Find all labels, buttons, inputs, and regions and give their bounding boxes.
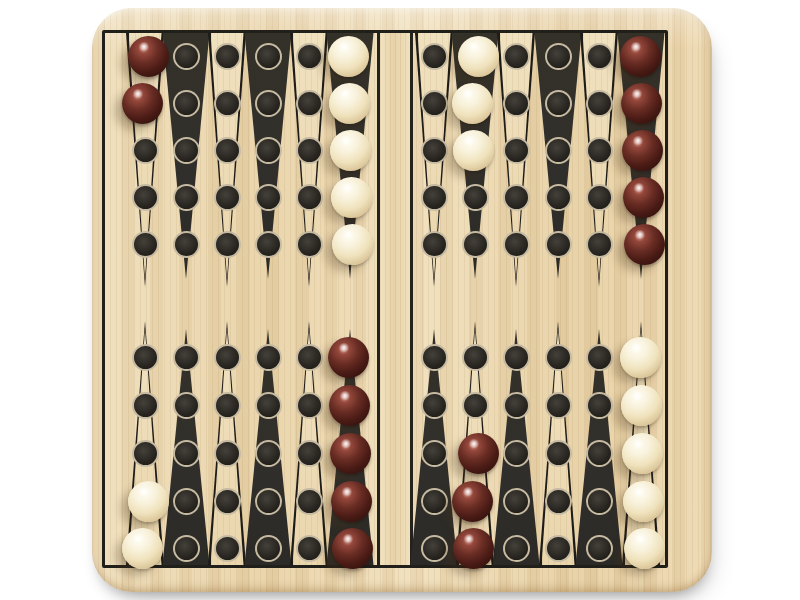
hole-top-col1-row5 xyxy=(132,231,159,258)
hole-bottom-col9-row4 xyxy=(503,488,530,515)
hole-top-col11-row5 xyxy=(586,231,613,258)
marble-dark-top-col12-1[interactable] xyxy=(620,36,661,77)
hole-bottom-col7-row5 xyxy=(421,535,448,562)
hole-bottom-col3-row2 xyxy=(214,392,241,419)
hole-bottom-col9-row5 xyxy=(503,535,530,562)
hole-top-col2-row2 xyxy=(173,90,200,117)
hole-bottom-col1-row1 xyxy=(132,344,159,371)
hole-bottom-col4-row3 xyxy=(255,440,282,467)
hole-bottom-col11-row5 xyxy=(586,535,613,562)
hole-top-col11-row1 xyxy=(586,43,613,70)
hole-top-col9-row5 xyxy=(503,231,530,258)
hole-bottom-col7-row4 xyxy=(421,488,448,515)
hole-top-col10-row2 xyxy=(545,90,572,117)
hole-top-col3-row2 xyxy=(214,90,241,117)
hole-bottom-col4-row5 xyxy=(255,535,282,562)
hole-top-col9-row3 xyxy=(503,137,530,164)
hole-bottom-col7-row3 xyxy=(421,440,448,467)
hole-top-col2-row1 xyxy=(173,43,200,70)
hole-top-col4-row3 xyxy=(255,137,282,164)
hole-bottom-col9-row3 xyxy=(503,440,530,467)
hole-top-col10-row4 xyxy=(545,184,572,211)
hole-bottom-col10-row2 xyxy=(545,392,572,419)
hole-top-col5-row3 xyxy=(296,137,323,164)
hole-bottom-col2-row5 xyxy=(173,535,200,562)
hole-bottom-col2-row3 xyxy=(173,440,200,467)
hole-top-col9-row1 xyxy=(503,43,530,70)
marble-cream-top-col6-1[interactable] xyxy=(328,36,369,77)
hole-bottom-col11-row2 xyxy=(586,392,613,419)
marble-dark-top-col1-1[interactable] xyxy=(128,36,169,77)
hole-top-col7-row3 xyxy=(421,137,448,164)
hole-top-col7-row2 xyxy=(421,90,448,117)
hole-top-col1-row4 xyxy=(132,184,159,211)
hole-top-col7-row1 xyxy=(421,43,448,70)
marble-dark-bottom-col6-1[interactable] xyxy=(328,337,369,378)
marble-dark-bottom-col8-2[interactable] xyxy=(452,481,493,522)
hole-bottom-col3-row5 xyxy=(214,535,241,562)
hole-bottom-col5-row5 xyxy=(296,535,323,562)
marble-dark-bottom-col6-4[interactable] xyxy=(331,481,372,522)
hole-bottom-col10-row5 xyxy=(545,535,572,562)
hole-bottom-col3-row4 xyxy=(214,488,241,515)
hole-bottom-col10-row4 xyxy=(545,488,572,515)
hole-top-col5-row5 xyxy=(296,231,323,258)
hole-top-col2-row4 xyxy=(173,184,200,211)
hole-top-col10-row3 xyxy=(545,137,572,164)
hole-top-col3-row1 xyxy=(214,43,241,70)
marble-cream-top-col6-2[interactable] xyxy=(329,83,370,124)
hole-top-col5-row2 xyxy=(296,90,323,117)
hole-top-col10-row1 xyxy=(545,43,572,70)
hole-bottom-col9-row2 xyxy=(503,392,530,419)
hole-top-col11-row4 xyxy=(586,184,613,211)
hole-bottom-col3-row1 xyxy=(214,344,241,371)
hole-bottom-col4-row4 xyxy=(255,488,282,515)
photo-background xyxy=(0,0,800,600)
marble-dark-top-col12-5[interactable] xyxy=(624,224,665,265)
hole-bottom-col1-row2 xyxy=(132,392,159,419)
marble-dark-bottom-col6-5[interactable] xyxy=(332,528,373,569)
hole-bottom-col5-row1 xyxy=(296,344,323,371)
hole-top-col5-row4 xyxy=(296,184,323,211)
marble-cream-top-col8-1[interactable] xyxy=(458,36,499,77)
marble-dark-top-col12-4[interactable] xyxy=(623,177,664,218)
hole-top-col4-row5 xyxy=(255,231,282,258)
marble-dark-bottom-col8-1[interactable] xyxy=(458,433,499,474)
hole-bottom-col4-row1 xyxy=(255,344,282,371)
hole-bottom-col3-row3 xyxy=(214,440,241,467)
hole-bottom-col11-row1 xyxy=(586,344,613,371)
marble-cream-bottom-col1-2[interactable] xyxy=(122,528,163,569)
hole-top-col8-row4 xyxy=(462,184,489,211)
marble-cream-top-col6-4[interactable] xyxy=(331,177,372,218)
hole-top-col11-row3 xyxy=(586,137,613,164)
hole-top-col7-row5 xyxy=(421,231,448,258)
marble-cream-bottom-col12-3[interactable] xyxy=(622,433,663,474)
hole-top-col1-row3 xyxy=(132,137,159,164)
hole-bottom-col2-row4 xyxy=(173,488,200,515)
marble-cream-bottom-col1-1[interactable] xyxy=(128,481,169,522)
hole-top-col2-row3 xyxy=(173,137,200,164)
marble-dark-bottom-col8-3[interactable] xyxy=(453,528,494,569)
hole-bottom-col10-row3 xyxy=(545,440,572,467)
marble-cream-top-col6-3[interactable] xyxy=(330,130,371,171)
hole-top-col9-row4 xyxy=(503,184,530,211)
hole-bottom-col5-row4 xyxy=(296,488,323,515)
marble-cream-bottom-col12-2[interactable] xyxy=(621,385,662,426)
marble-cream-top-col8-3[interactable] xyxy=(453,130,494,171)
hole-bottom-col2-row2 xyxy=(173,392,200,419)
hole-top-col4-row1 xyxy=(255,43,282,70)
hole-bottom-col7-row2 xyxy=(421,392,448,419)
hole-bottom-col7-row1 xyxy=(421,344,448,371)
marble-cream-bottom-col12-1[interactable] xyxy=(620,337,661,378)
hole-top-col10-row5 xyxy=(545,231,572,258)
center-bar[interactable] xyxy=(377,33,413,565)
playing-field xyxy=(0,0,800,600)
hole-top-col9-row2 xyxy=(503,90,530,117)
marble-cream-top-col8-2[interactable] xyxy=(452,83,493,124)
hole-bottom-col11-row4 xyxy=(586,488,613,515)
marble-cream-bottom-col12-4[interactable] xyxy=(623,481,664,522)
hole-bottom-col8-row2 xyxy=(462,392,489,419)
hole-top-col4-row2 xyxy=(255,90,282,117)
hole-top-col3-row3 xyxy=(214,137,241,164)
hole-top-col3-row4 xyxy=(214,184,241,211)
marble-dark-bottom-col6-3[interactable] xyxy=(330,433,371,474)
hole-top-col8-row5 xyxy=(462,231,489,258)
hole-bottom-col5-row2 xyxy=(296,392,323,419)
hole-top-col3-row5 xyxy=(214,231,241,258)
marble-cream-top-col6-5[interactable] xyxy=(332,224,373,265)
marble-dark-bottom-col6-2[interactable] xyxy=(329,385,370,426)
hole-bottom-col5-row3 xyxy=(296,440,323,467)
hole-top-col7-row4 xyxy=(421,184,448,211)
marble-dark-top-col1-2[interactable] xyxy=(122,83,163,124)
hole-bottom-col9-row1 xyxy=(503,344,530,371)
marble-dark-top-col12-2[interactable] xyxy=(621,83,662,124)
hole-top-col11-row2 xyxy=(586,90,613,117)
hole-top-col5-row1 xyxy=(296,43,323,70)
hole-bottom-col1-row3 xyxy=(132,440,159,467)
hole-bottom-col10-row1 xyxy=(545,344,572,371)
marble-dark-top-col12-3[interactable] xyxy=(622,130,663,171)
hole-bottom-col11-row3 xyxy=(586,440,613,467)
hole-top-col4-row4 xyxy=(255,184,282,211)
hole-bottom-col4-row2 xyxy=(255,392,282,419)
hole-top-col2-row5 xyxy=(173,231,200,258)
hole-bottom-col2-row1 xyxy=(173,344,200,371)
hole-bottom-col8-row1 xyxy=(462,344,489,371)
marble-cream-bottom-col12-5[interactable] xyxy=(624,528,665,569)
